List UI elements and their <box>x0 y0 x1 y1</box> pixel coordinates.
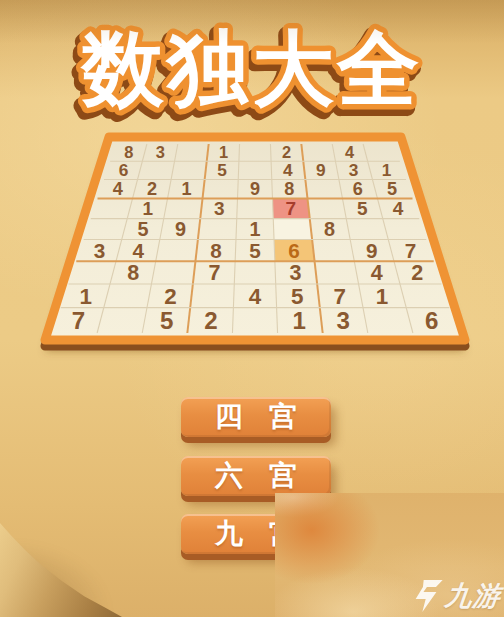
cell-digit-r4c6: 7 <box>285 198 296 219</box>
cell-digit-r6c6: 6 <box>288 239 300 262</box>
app-screen: 数独大全 数独大全 831246549314219865137545918348… <box>0 0 504 617</box>
cell-digit-r7c8: 4 <box>371 260 383 285</box>
cell-digit-r8c1: 1 <box>80 284 92 309</box>
cell-digit-r4c9: 4 <box>393 198 404 219</box>
cell-digit-r2c8: 3 <box>349 160 359 180</box>
cell-digit-r2c4: 5 <box>217 160 227 180</box>
cell-digit-r3c3: 1 <box>181 179 191 199</box>
cell-digit-r6c1: 3 <box>94 239 106 262</box>
cell-digit-r9c9: 6 <box>425 307 438 334</box>
cell-digit-r8c8: 1 <box>376 284 388 309</box>
cell-digit-r9c6: 1 <box>292 307 305 334</box>
cell-digit-r2c9: 1 <box>382 160 392 180</box>
cell-digit-r7c9: 2 <box>411 260 423 285</box>
cell-digit-r3c6: 8 <box>284 179 294 199</box>
cell-digit-r7c4: 7 <box>208 260 220 285</box>
cell-digit-r9c1: 7 <box>72 307 85 334</box>
cell-digit-r2c1: 6 <box>119 160 129 180</box>
cell-digit-r1c1: 8 <box>124 143 133 161</box>
cell-digit-r4c4: 3 <box>214 198 225 219</box>
cell-digit-r3c1: 4 <box>113 179 123 199</box>
cell-digit-r1c4: 1 <box>219 143 228 161</box>
cell-digit-r1c6: 2 <box>282 143 291 161</box>
cell-digit-r2c6: 4 <box>283 160 293 180</box>
cell-digit-r8c5: 4 <box>249 284 262 309</box>
highlight-cell-light <box>273 219 312 240</box>
button-4x4-sudoku[interactable]: 四宫 <box>181 397 331 437</box>
cell-digit-r9c3: 5 <box>160 307 173 334</box>
sudoku-board-preview: 8312465493142198651375459183485697873421… <box>0 100 504 370</box>
button-6x6-sudoku[interactable]: 六宫 <box>181 456 331 496</box>
cell-digit-r3c2: 2 <box>147 179 157 199</box>
cell-digit-r8c7: 7 <box>333 284 345 309</box>
cell-digit-r1c8: 4 <box>345 143 355 161</box>
cell-digit-r6c9: 7 <box>405 239 417 262</box>
cell-digit-r2c7: 9 <box>316 160 326 180</box>
button-6x6-label: 六宫 <box>189 462 323 490</box>
cell-digit-r3c8: 6 <box>353 179 363 199</box>
cell-digit-r5c2: 5 <box>138 218 149 240</box>
cell-digit-r6c4: 8 <box>210 239 222 262</box>
cell-digit-r5c3: 9 <box>175 218 186 240</box>
jiuyou-logo-icon <box>412 580 443 612</box>
cell-digit-r7c2: 8 <box>127 260 139 285</box>
cell-digit-r3c9: 5 <box>387 179 397 199</box>
cell-digit-r6c2: 4 <box>133 239 145 262</box>
cell-digit-r5c7: 8 <box>324 218 335 240</box>
button-4x4-label: 四宫 <box>189 403 323 431</box>
cell-digit-r7c6: 3 <box>290 260 302 285</box>
cell-digit-r8c3: 2 <box>164 284 176 309</box>
cell-digit-r3c5: 9 <box>250 179 260 199</box>
watermark-text: 九游 <box>443 578 503 614</box>
cell-digit-r4c8: 5 <box>357 198 368 219</box>
cell-digit-r5c5: 1 <box>249 218 260 240</box>
cell-digit-r1c2: 3 <box>156 143 165 161</box>
cell-digit-r9c7: 3 <box>337 307 350 334</box>
cell-digit-r6c5: 5 <box>249 239 261 262</box>
watermark: 九游 <box>412 578 503 614</box>
cell-digit-r4c2: 1 <box>142 198 153 219</box>
cell-digit-r9c4: 2 <box>204 307 217 334</box>
cell-digit-r8c6: 5 <box>291 284 303 309</box>
cell-digit-r6c8: 9 <box>366 239 378 262</box>
